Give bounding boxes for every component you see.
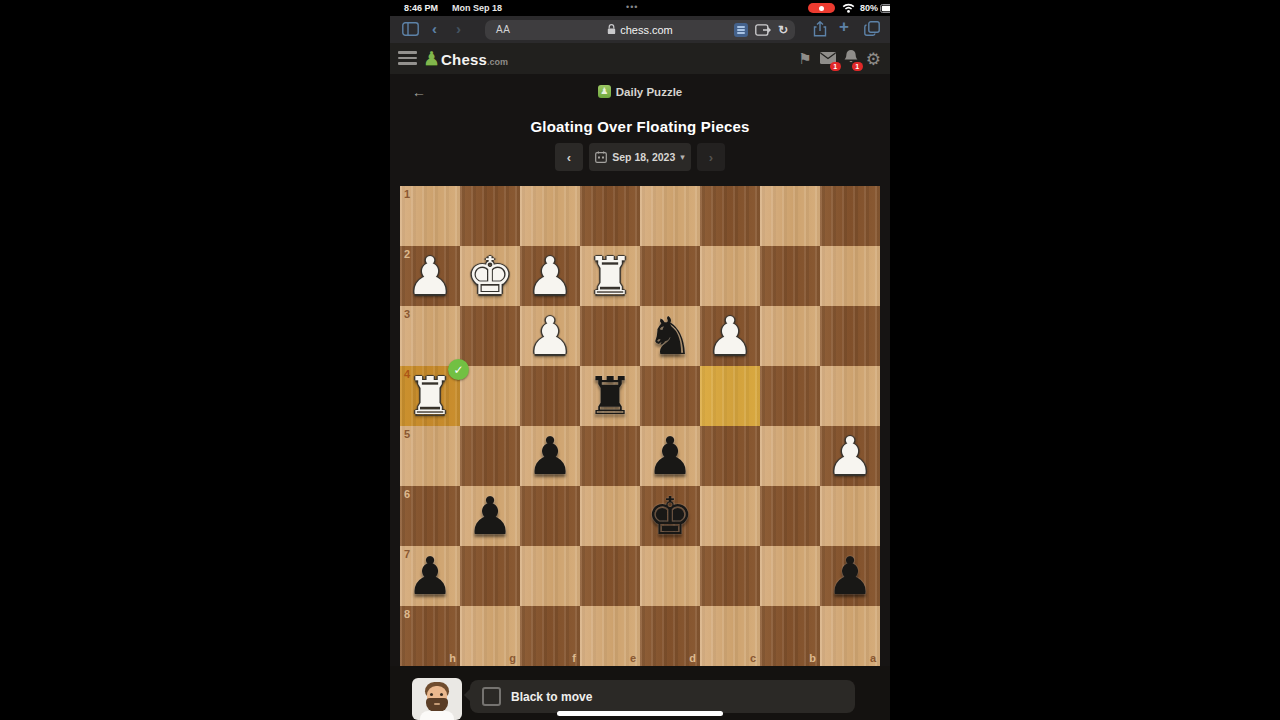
square-b3[interactable] xyxy=(760,306,820,366)
forward-button[interactable]: › xyxy=(456,20,461,38)
piece-white-pawn-a5[interactable]: ♟ xyxy=(820,426,880,486)
previous-day-button[interactable]: ‹ xyxy=(555,143,583,171)
site-header: ♟ Chess .com ⚑ 1 1 ⚙ xyxy=(390,43,890,74)
file-label-f: f xyxy=(572,652,576,664)
status-bar: 8:46 PM Mon Sep 18 ••• 80% xyxy=(390,0,890,16)
square-b2[interactable] xyxy=(760,246,820,306)
menu-icon[interactable] xyxy=(398,51,417,68)
rank-label-1: 1 xyxy=(404,188,410,200)
square-f5[interactable]: ♟ xyxy=(520,426,580,486)
messages-icon[interactable]: 1 xyxy=(820,50,836,68)
square-h3[interactable]: 3 xyxy=(400,306,460,366)
puzzle-title: Gloating Over Floating Pieces xyxy=(390,118,890,135)
piece-white-pawn-c3[interactable]: ♟ xyxy=(700,306,760,366)
screen-recording-indicator[interactable] xyxy=(808,3,835,13)
square-h1[interactable]: 1 xyxy=(400,186,460,246)
home-indicator[interactable] xyxy=(557,711,723,716)
battery-icon xyxy=(880,4,890,13)
square-g3[interactable] xyxy=(460,306,520,366)
new-tab-button[interactable]: + xyxy=(839,18,849,36)
square-e5[interactable] xyxy=(580,426,640,486)
square-e3[interactable] xyxy=(580,306,640,366)
square-e7[interactable] xyxy=(580,546,640,606)
recording-dot-icon xyxy=(819,6,824,11)
back-button[interactable]: ‹ xyxy=(432,20,437,38)
piece-black-pawn-a7[interactable]: ♟ xyxy=(820,546,880,606)
piece-white-pawn-f3[interactable]: ♟ xyxy=(520,306,580,366)
file-label-h: h xyxy=(449,652,456,664)
square-d5[interactable]: ♟ xyxy=(640,426,700,486)
square-e4[interactable]: ♜ xyxy=(580,366,640,426)
square-a2[interactable] xyxy=(820,246,880,306)
flag-icon[interactable]: ⚑ xyxy=(798,50,811,68)
square-h2[interactable]: 2♟ xyxy=(400,246,460,306)
chevron-down-icon: ▾ xyxy=(680,152,685,162)
square-d3[interactable]: ♞ xyxy=(640,306,700,366)
safari-window: 8:46 PM Mon Sep 18 ••• 80% ‹ › AA xyxy=(390,0,890,720)
move-prompt-bubble: Black to move xyxy=(470,680,855,713)
date-label: Sep 18, 2023 xyxy=(612,151,675,163)
reload-icon[interactable]: ↻ xyxy=(778,23,788,37)
translate-page-icon[interactable] xyxy=(755,24,771,36)
piece-black-pawn-h7[interactable]: ♟ xyxy=(400,546,460,606)
date-navigation: ‹ Sep 18, 2023 ▾ › xyxy=(390,143,890,171)
square-f2[interactable]: ♟ xyxy=(520,246,580,306)
square-h5[interactable]: 5 xyxy=(400,426,460,486)
clock: 8:46 PM xyxy=(404,3,438,13)
square-a5[interactable]: ♟ xyxy=(820,426,880,486)
square-f3[interactable]: ♟ xyxy=(520,306,580,366)
square-d2[interactable] xyxy=(640,246,700,306)
url-text: chess.com xyxy=(620,24,673,36)
lock-icon xyxy=(607,24,616,35)
share-icon[interactable] xyxy=(813,21,827,37)
square-e2[interactable]: ♜ xyxy=(580,246,640,306)
square-c6[interactable] xyxy=(700,486,760,546)
piece-black-pawn-f5[interactable]: ♟ xyxy=(520,426,580,486)
piece-black-pawn-g6[interactable]: ♟ xyxy=(460,486,520,546)
piece-white-king-g2[interactable]: ♚ xyxy=(460,246,520,306)
alerts-bell-icon[interactable]: 1 xyxy=(844,49,858,68)
square-h7[interactable]: 7♟ xyxy=(400,546,460,606)
wifi-icon xyxy=(842,3,855,13)
status-date: Mon Sep 18 xyxy=(452,3,502,13)
square-d6[interactable]: ♚ xyxy=(640,486,700,546)
square-a3[interactable] xyxy=(820,306,880,366)
square-g5[interactable] xyxy=(460,426,520,486)
square-c5[interactable] xyxy=(700,426,760,486)
square-d4[interactable] xyxy=(640,366,700,426)
file-label-d: d xyxy=(689,652,696,664)
piece-black-king-d6[interactable]: ♚ xyxy=(640,486,700,546)
square-c3[interactable]: ♟ xyxy=(700,306,760,366)
piece-white-pawn-f2[interactable]: ♟ xyxy=(520,246,580,306)
square-c8[interactable]: c xyxy=(700,606,760,666)
square-d1[interactable] xyxy=(640,186,700,246)
file-label-g: g xyxy=(509,652,516,664)
rank-label-5: 5 xyxy=(404,428,410,440)
file-label-a: a xyxy=(870,652,876,664)
square-a7[interactable]: ♟ xyxy=(820,546,880,606)
tabs-icon[interactable] xyxy=(864,21,880,36)
daily-puzzle-icon: ♟ xyxy=(598,85,611,98)
messages-badge: 1 xyxy=(830,62,841,71)
square-h8[interactable]: 8h xyxy=(400,606,460,666)
square-f4[interactable] xyxy=(520,366,580,426)
square-e1[interactable] xyxy=(580,186,640,246)
square-e8[interactable]: e xyxy=(580,606,640,666)
piece-white-rook-e2[interactable]: ♜ xyxy=(580,246,640,306)
square-h6[interactable]: 6 xyxy=(400,486,460,546)
daily-puzzle-nav: ♟ Daily Puzzle xyxy=(390,85,890,98)
file-label-e: e xyxy=(630,652,636,664)
square-c4[interactable] xyxy=(700,366,760,426)
rank-label-3: 3 xyxy=(404,308,410,320)
square-b4[interactable] xyxy=(760,366,820,426)
settings-gear-icon[interactable]: ⚙ xyxy=(866,50,881,68)
rank-label-8: 8 xyxy=(404,608,410,620)
file-label-c: c xyxy=(750,652,756,664)
square-b7[interactable] xyxy=(760,546,820,606)
battery-percent: 80% xyxy=(860,3,878,13)
square-d8[interactable]: d xyxy=(640,606,700,666)
square-b6[interactable] xyxy=(760,486,820,546)
square-c7[interactable] xyxy=(700,546,760,606)
piece-black-rook-e4[interactable]: ♜ xyxy=(580,366,640,426)
piece-white-pawn-h2[interactable]: ♟ xyxy=(400,246,460,306)
square-g8[interactable]: g xyxy=(460,606,520,666)
square-g6[interactable]: ♟ xyxy=(460,486,520,546)
square-a8[interactable]: a xyxy=(820,606,880,666)
status-ellipsis: ••• xyxy=(626,2,638,12)
square-a6[interactable] xyxy=(820,486,880,546)
sidebar-toggle-icon[interactable] xyxy=(402,22,419,36)
rank-label-6: 6 xyxy=(404,488,410,500)
square-h4[interactable]: 4♜✓ xyxy=(400,366,460,426)
chess-board[interactable]: 12♟♚♟♜3♟♞♟4♜✓♜5♟♟♟6♟♚7♟♟8hgfedcba xyxy=(400,186,880,666)
next-day-button[interactable]: › xyxy=(697,143,725,171)
square-e6[interactable] xyxy=(580,486,640,546)
square-f6[interactable] xyxy=(520,486,580,546)
square-f8[interactable]: f xyxy=(520,606,580,666)
calendar-icon xyxy=(595,151,607,163)
correct-move-check-icon: ✓ xyxy=(448,359,469,380)
file-label-b: b xyxy=(809,652,816,664)
square-b8[interactable]: b xyxy=(760,606,820,666)
move-prompt-checkbox[interactable] xyxy=(482,687,501,706)
square-c2[interactable] xyxy=(700,246,760,306)
square-a1[interactable] xyxy=(820,186,880,246)
square-b1[interactable] xyxy=(760,186,820,246)
square-g1[interactable] xyxy=(460,186,520,246)
square-f7[interactable] xyxy=(520,546,580,606)
to-move-label: Black to move xyxy=(511,690,592,704)
square-a4[interactable] xyxy=(820,366,880,426)
chesscom-logo[interactable]: ♟ Chess .com xyxy=(423,47,508,69)
date-picker-button[interactable]: Sep 18, 2023 ▾ xyxy=(589,143,691,171)
square-g4[interactable] xyxy=(460,366,520,426)
address-bar[interactable]: AA chess.com ↻ xyxy=(485,20,795,40)
website-settings-icon[interactable] xyxy=(734,23,748,37)
browser-toolbar: ‹ › AA chess.com ↻ xyxy=(390,16,890,43)
piece-black-knight-d3[interactable]: ♞ xyxy=(640,306,700,366)
daily-puzzle-label: Daily Puzzle xyxy=(616,86,682,98)
square-f1[interactable] xyxy=(520,186,580,246)
square-g7[interactable] xyxy=(460,546,520,606)
avatar xyxy=(412,678,462,720)
alerts-badge: 1 xyxy=(852,62,863,71)
square-g2[interactable]: ♚ xyxy=(460,246,520,306)
logo-pawn-icon: ♟ xyxy=(423,47,440,69)
square-d7[interactable] xyxy=(640,546,700,606)
piece-black-pawn-d5[interactable]: ♟ xyxy=(640,426,700,486)
square-c1[interactable] xyxy=(700,186,760,246)
square-b5[interactable] xyxy=(760,426,820,486)
